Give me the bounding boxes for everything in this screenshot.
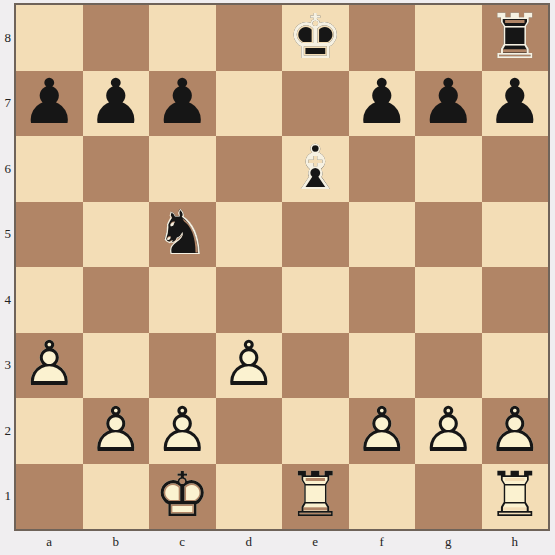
square-g1[interactable]: [415, 464, 482, 530]
black-pawn-icon: ♟: [415, 69, 482, 135]
square-b8[interactable]: [83, 5, 150, 71]
square-f1[interactable]: [349, 464, 416, 530]
file-label-e: e: [282, 531, 349, 553]
black-pawn-icon: ♟: [149, 69, 216, 135]
piece-white-pawn[interactable]: ♟♙: [83, 398, 150, 464]
rank-label-1: 1: [0, 464, 13, 530]
black-knight-outline-icon: ♘: [149, 200, 216, 266]
file-label-h: h: [482, 531, 549, 553]
file-label-b: b: [83, 531, 150, 553]
square-c7[interactable]: ♟: [149, 71, 216, 137]
square-c5[interactable]: ♞♘: [149, 202, 216, 268]
black-pawn-icon: ♟: [349, 69, 416, 135]
square-d2[interactable]: [216, 398, 283, 464]
white-rook-outline-icon: ♖: [282, 462, 349, 528]
square-b2[interactable]: ♟♙: [83, 398, 150, 464]
square-e3[interactable]: [282, 333, 349, 399]
square-d7[interactable]: [216, 71, 283, 137]
piece-black-pawn[interactable]: ♟: [349, 71, 416, 137]
black-king-outline-icon: ♔: [282, 4, 349, 70]
rank-label-6: 6: [0, 136, 13, 202]
square-d8[interactable]: [216, 5, 283, 71]
piece-black-pawn[interactable]: ♟: [149, 71, 216, 137]
square-g6[interactable]: [415, 136, 482, 202]
piece-white-pawn[interactable]: ♟♙: [16, 333, 83, 399]
piece-white-pawn[interactable]: ♟♙: [349, 398, 416, 464]
piece-white-pawn[interactable]: ♟♙: [149, 398, 216, 464]
square-f5[interactable]: [349, 202, 416, 268]
square-e7[interactable]: [282, 71, 349, 137]
square-h7[interactable]: ♟: [482, 71, 549, 137]
square-h6[interactable]: [482, 136, 549, 202]
piece-white-pawn[interactable]: ♟♙: [482, 398, 549, 464]
square-a6[interactable]: [16, 136, 83, 202]
rank-label-4: 4: [0, 267, 13, 333]
square-e1[interactable]: ♜♖: [282, 464, 349, 530]
file-label-g: g: [415, 531, 482, 553]
piece-black-pawn[interactable]: ♟: [482, 71, 549, 137]
white-pawn-outline-icon: ♙: [83, 397, 150, 463]
square-b6[interactable]: [83, 136, 150, 202]
file-label-d: d: [216, 531, 283, 553]
square-g2[interactable]: ♟♙: [415, 398, 482, 464]
white-pawn-outline-icon: ♙: [149, 397, 216, 463]
square-f8[interactable]: [349, 5, 416, 71]
square-b5[interactable]: [83, 202, 150, 268]
square-g5[interactable]: [415, 202, 482, 268]
square-b1[interactable]: [83, 464, 150, 530]
black-pawn-icon: ♟: [83, 69, 150, 135]
white-king-outline-icon: ♔: [149, 462, 216, 528]
square-f6[interactable]: [349, 136, 416, 202]
square-d1[interactable]: [216, 464, 283, 530]
square-c3[interactable]: [149, 333, 216, 399]
square-b4[interactable]: [83, 267, 150, 333]
white-pawn-outline-icon: ♙: [349, 397, 416, 463]
square-h5[interactable]: [482, 202, 549, 268]
square-a1[interactable]: [16, 464, 83, 530]
black-pawn-icon: ♟: [16, 69, 83, 135]
square-f4[interactable]: [349, 267, 416, 333]
piece-white-king[interactable]: ♚♔: [149, 464, 216, 530]
black-bishop-outline-icon: ♗: [282, 135, 349, 201]
square-f2[interactable]: ♟♙: [349, 398, 416, 464]
chess-board: ♚♔♜♖♟♟♟♟♟♟♝♗♞♘♟♙♟♙♟♙♟♙♟♙♟♙♟♙♚♔♜♖♜♖: [14, 3, 550, 531]
square-c2[interactable]: ♟♙: [149, 398, 216, 464]
black-pawn-icon: ♟: [482, 69, 549, 135]
piece-black-pawn[interactable]: ♟: [415, 71, 482, 137]
piece-white-pawn[interactable]: ♟♙: [216, 333, 283, 399]
square-d6[interactable]: [216, 136, 283, 202]
rank-label-8: 8: [0, 5, 13, 71]
rank-label-3: 3: [0, 333, 13, 399]
square-d3[interactable]: ♟♙: [216, 333, 283, 399]
piece-white-rook[interactable]: ♜♖: [482, 464, 549, 530]
square-a7[interactable]: ♟: [16, 71, 83, 137]
piece-black-rook[interactable]: ♜♖: [482, 5, 549, 71]
piece-white-rook[interactable]: ♜♖: [282, 464, 349, 530]
piece-black-king[interactable]: ♚♔: [282, 5, 349, 71]
square-g4[interactable]: [415, 267, 482, 333]
white-pawn-outline-icon: ♙: [482, 397, 549, 463]
square-a4[interactable]: [16, 267, 83, 333]
square-g7[interactable]: ♟: [415, 71, 482, 137]
square-e5[interactable]: [282, 202, 349, 268]
square-b7[interactable]: ♟: [83, 71, 150, 137]
rank-label-2: 2: [0, 398, 13, 464]
white-pawn-outline-icon: ♙: [216, 331, 283, 397]
file-label-a: a: [16, 531, 83, 553]
rank-label-7: 7: [0, 71, 13, 137]
square-e2[interactable]: [282, 398, 349, 464]
rank-label-5: 5: [0, 202, 13, 268]
square-f7[interactable]: ♟: [349, 71, 416, 137]
piece-black-knight[interactable]: ♞♘: [149, 202, 216, 268]
square-h3[interactable]: [482, 333, 549, 399]
square-a3[interactable]: ♟♙: [16, 333, 83, 399]
square-f3[interactable]: [349, 333, 416, 399]
rank-labels: 87654321: [0, 5, 13, 529]
piece-black-pawn[interactable]: ♟: [83, 71, 150, 137]
square-c6[interactable]: [149, 136, 216, 202]
square-a5[interactable]: [16, 202, 83, 268]
file-labels: abcdefgh: [16, 531, 548, 553]
piece-black-pawn[interactable]: ♟: [16, 71, 83, 137]
piece-white-pawn[interactable]: ♟♙: [415, 398, 482, 464]
square-a8[interactable]: [16, 5, 83, 71]
square-h8[interactable]: ♜♖: [482, 5, 549, 71]
white-rook-outline-icon: ♖: [482, 462, 549, 528]
file-label-f: f: [349, 531, 416, 553]
square-g8[interactable]: [415, 5, 482, 71]
square-b3[interactable]: [83, 333, 150, 399]
white-pawn-outline-icon: ♙: [16, 331, 83, 397]
square-e4[interactable]: [282, 267, 349, 333]
square-g3[interactable]: [415, 333, 482, 399]
square-e6[interactable]: ♝♗: [282, 136, 349, 202]
square-h2[interactable]: ♟♙: [482, 398, 549, 464]
square-d4[interactable]: [216, 267, 283, 333]
square-h1[interactable]: ♜♖: [482, 464, 549, 530]
piece-black-bishop[interactable]: ♝♗: [282, 136, 349, 202]
white-pawn-outline-icon: ♙: [415, 397, 482, 463]
square-c4[interactable]: [149, 267, 216, 333]
square-e8[interactable]: ♚♔: [282, 5, 349, 71]
file-label-c: c: [149, 531, 216, 553]
square-c1[interactable]: ♚♔: [149, 464, 216, 530]
square-d5[interactable]: [216, 202, 283, 268]
black-rook-outline-icon: ♖: [482, 4, 549, 70]
square-a2[interactable]: [16, 398, 83, 464]
square-h4[interactable]: [482, 267, 549, 333]
square-c8[interactable]: [149, 5, 216, 71]
